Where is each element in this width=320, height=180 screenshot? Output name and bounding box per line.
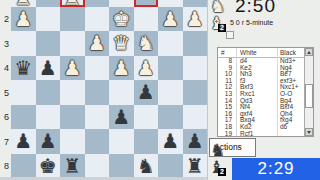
rank-label-2: 2 <box>2 14 11 24</box>
header-white: White <box>240 49 257 56</box>
black-pawn: ♟ <box>109 105 134 130</box>
square-f5[interactable] <box>60 80 85 105</box>
square-c3[interactable]: ♞ <box>134 31 159 56</box>
square-e4[interactable] <box>85 56 110 81</box>
square-d4[interactable]: ♟ <box>109 56 134 81</box>
move-number: 19 <box>218 131 232 136</box>
square-d6[interactable]: ♟ <box>109 105 134 130</box>
move-rows: 8d4Nd3+9Ke2Ng410Nh3Be711f3exf3+12Bxf3Nxc… <box>218 58 304 136</box>
square-b5[interactable] <box>158 80 183 105</box>
square-a4[interactable] <box>183 56 208 81</box>
square-c6[interactable] <box>134 105 159 130</box>
square-h5[interactable] <box>11 80 36 105</box>
black-king: ♚ <box>36 154 61 179</box>
black-pawn: ♟ <box>11 129 36 154</box>
rank-label-4: 4 <box>2 63 11 73</box>
white-pawn: ♟ <box>183 7 208 32</box>
rank-label-3: 3 <box>2 39 11 49</box>
square-h4[interactable]: ♛ <box>11 56 36 81</box>
scroll-down-icon[interactable] <box>305 128 313 136</box>
captured-count-badge: 2 <box>218 24 226 32</box>
square-a6[interactable] <box>183 105 208 130</box>
square-e2[interactable] <box>85 7 110 32</box>
square-d3[interactable]: ♛ <box>109 31 134 56</box>
board-bottom-edge <box>0 177 207 180</box>
scroll-up-icon[interactable] <box>305 48 313 56</box>
square-h7[interactable]: ♟ <box>11 129 36 154</box>
move-list-scrollbar[interactable] <box>304 48 313 136</box>
rank-label-6: 6 <box>2 112 11 122</box>
white-pawn: ♟ <box>11 7 36 32</box>
black-queen: ♛ <box>11 56 36 81</box>
header-black: Black <box>280 49 296 56</box>
white-pawn: ♟ <box>85 31 110 56</box>
square-b3[interactable] <box>158 31 183 56</box>
square-d5[interactable] <box>109 80 134 105</box>
square-c5[interactable]: ♟ <box>134 80 159 105</box>
square-g4[interactable]: ♟ <box>36 56 61 81</box>
square-a3[interactable] <box>183 31 208 56</box>
move-row-19[interactable]: 19Rcf1 <box>218 131 304 136</box>
black-pawn: ♟ <box>134 80 159 105</box>
white-queen: ♛ <box>109 31 134 56</box>
square-h2[interactable]: ♟ <box>11 7 36 32</box>
white-pawn: ♟ <box>109 56 134 81</box>
header-move-number: # <box>221 49 225 56</box>
square-c7[interactable] <box>134 129 159 154</box>
square-b8[interactable] <box>158 154 183 179</box>
square-f4[interactable]: ♟ <box>60 56 85 81</box>
square-d8[interactable] <box>109 154 134 179</box>
square-g3[interactable] <box>36 31 61 56</box>
square-b2[interactable]: ♟ <box>158 7 183 32</box>
black-bishop-captured-icon: ♝2 <box>209 159 224 176</box>
black-pawn: ♟ <box>183 129 208 154</box>
captured-count-badge: 2 <box>218 168 226 176</box>
square-d7[interactable] <box>109 129 134 154</box>
square-a7[interactable]: ♟ <box>183 129 208 154</box>
board-area: 2345678 ♜♜♟♚♟♟♟♛♞♛♟♟♟♟♟♟♟♟♟♟♚♜♞♜ <box>0 0 207 180</box>
square-e5[interactable] <box>85 80 110 105</box>
square-h6[interactable] <box>11 105 36 130</box>
black-pawn: ♟ <box>36 56 61 81</box>
square-e6[interactable] <box>85 105 110 130</box>
black-pawn: ♟ <box>36 129 61 154</box>
panel-grip-button[interactable] <box>226 31 234 39</box>
white-pawn: ♟ <box>134 56 159 81</box>
black-move: d6 <box>280 124 287 131</box>
white-clock: 2:50 <box>235 0 276 17</box>
move-list-header: # White Black <box>218 48 304 58</box>
white-bishop-captured-icon: ♝2 <box>209 15 224 32</box>
white-pawn: ♟ <box>60 56 85 81</box>
square-h8[interactable] <box>11 154 36 179</box>
black-rook: ♜ <box>60 154 85 179</box>
square-g5[interactable] <box>36 80 61 105</box>
rank-label-8: 8 <box>2 161 11 171</box>
square-d2[interactable]: ♚ <box>109 7 134 32</box>
black-knight: ♞ <box>134 154 159 179</box>
square-f2[interactable] <box>60 7 85 32</box>
square-g6[interactable] <box>36 105 61 130</box>
square-g8[interactable]: ♚ <box>36 154 61 179</box>
square-b6[interactable] <box>158 105 183 130</box>
white-move: Rcf1 <box>240 131 253 136</box>
game-info-label: 5 0 r 5-minute <box>230 19 273 26</box>
square-e8[interactable] <box>85 154 110 179</box>
move-list[interactable]: # White Black 8d4Nd3+9Ke2Ng410Nh3Be711f3… <box>217 47 314 137</box>
square-c2[interactable] <box>134 7 159 32</box>
square-f8[interactable]: ♜ <box>60 154 85 179</box>
board[interactable]: ♜♜♟♚♟♟♟♛♞♛♟♟♟♟♟♟♟♟♟♟♚♜♞♜ <box>11 0 207 178</box>
black-clock: 2:29 <box>232 158 320 180</box>
square-c4[interactable]: ♟ <box>134 56 159 81</box>
white-knight: ♞ <box>134 31 159 56</box>
square-b7[interactable]: ♟ <box>158 129 183 154</box>
square-f3[interactable] <box>60 31 85 56</box>
square-f6[interactable] <box>60 105 85 130</box>
square-e7[interactable] <box>85 129 110 154</box>
square-b4[interactable] <box>158 56 183 81</box>
rank-label-7: 7 <box>2 137 11 147</box>
square-a8[interactable]: ♜ <box>183 154 208 179</box>
square-g2[interactable] <box>36 7 61 32</box>
square-f7[interactable] <box>60 129 85 154</box>
square-a2[interactable]: ♟ <box>183 7 208 32</box>
square-h3[interactable] <box>11 31 36 56</box>
white-king: ♚ <box>109 7 134 32</box>
scroll-thumb[interactable] <box>305 84 313 108</box>
square-g7[interactable]: ♟ <box>36 129 61 154</box>
square-e3[interactable]: ♟ <box>85 31 110 56</box>
square-a5[interactable] <box>183 80 208 105</box>
black-pawn: ♟ <box>158 129 183 154</box>
rank-label-5: 5 <box>2 88 11 98</box>
black-rook: ♜ <box>183 154 208 179</box>
white-pawn: ♟ <box>158 7 183 32</box>
square-c8[interactable]: ♞ <box>134 154 159 179</box>
